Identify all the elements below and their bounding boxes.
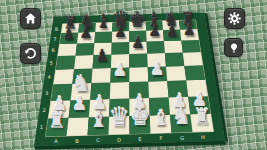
piece-g1-white-knight[interactable]: ♞ xyxy=(172,105,191,129)
piece-b2-white-pawn[interactable]: ♟ xyxy=(72,94,87,113)
rank-label-1: 1 xyxy=(40,124,43,130)
square-f3[interactable] xyxy=(148,81,168,98)
square-b1[interactable] xyxy=(67,117,89,136)
square-a6[interactable] xyxy=(58,44,77,57)
square-d3[interactable] xyxy=(110,82,130,99)
rank-label-2: 2 xyxy=(42,107,45,113)
file-label-e: E xyxy=(138,136,141,142)
rotate-ccw-icon xyxy=(24,47,37,60)
file-label-d: D xyxy=(117,137,121,143)
piece-d7-black-pawn[interactable]: ♟ xyxy=(114,24,127,40)
square-g4[interactable] xyxy=(166,66,186,81)
chess-app-screen: ABCDEFGH12345678 ♜♞♝♚♛♝♞♜♟♟♟♟♟♟♟♟♟♟♞♟♟♟♟… xyxy=(0,0,267,150)
file-label-a: A xyxy=(54,138,58,144)
rank-label-6: 6 xyxy=(52,47,55,53)
square-a5[interactable] xyxy=(56,56,76,70)
piece-c5-black-pawn[interactable]: ♟ xyxy=(95,48,108,65)
piece-c1-white-bishop[interactable]: ♝ xyxy=(90,108,108,130)
square-d6[interactable] xyxy=(111,42,129,55)
square-h6[interactable] xyxy=(181,40,200,53)
piece-h1-white-rook[interactable]: ♜ xyxy=(193,106,210,127)
gear-icon xyxy=(228,12,241,25)
piece-f7-black-pawn[interactable]: ♟ xyxy=(149,23,162,39)
piece-e6-black-pawn[interactable]: ♟ xyxy=(132,35,145,51)
home-icon xyxy=(24,12,37,25)
piece-g7-black-pawn[interactable]: ♟ xyxy=(166,23,179,39)
square-c7[interactable] xyxy=(94,32,112,44)
piece-a1-white-rook[interactable]: ♜ xyxy=(49,110,66,131)
undo-rotate-button[interactable] xyxy=(20,43,41,64)
piece-e8-black-king[interactable]: ♚ xyxy=(129,9,146,30)
square-e5[interactable] xyxy=(129,54,148,68)
square-g5[interactable] xyxy=(165,52,185,66)
piece-b7-black-pawn[interactable]: ♟ xyxy=(80,25,93,41)
square-g6[interactable] xyxy=(164,41,183,53)
file-label-f: F xyxy=(160,135,163,141)
piece-f4-white-pawn[interactable]: ♟ xyxy=(150,60,164,78)
square-f6[interactable] xyxy=(147,41,165,54)
home-button[interactable] xyxy=(20,8,41,29)
rank-label-7: 7 xyxy=(53,36,56,42)
square-c4[interactable] xyxy=(91,68,111,83)
file-label-g: G xyxy=(180,135,184,141)
piece-e1-white-king[interactable]: ♚ xyxy=(130,105,150,130)
square-b5[interactable] xyxy=(74,55,93,69)
square-b6[interactable] xyxy=(76,43,95,56)
file-label-c: C xyxy=(96,137,100,143)
rank-label-5: 5 xyxy=(50,60,53,66)
piece-d4-white-pawn[interactable]: ♟ xyxy=(113,61,127,79)
square-h5[interactable] xyxy=(183,52,203,66)
lightbulb-icon xyxy=(228,42,240,54)
piece-h7-black-pawn[interactable]: ♟ xyxy=(183,22,196,38)
square-e4[interactable] xyxy=(129,67,148,82)
piece-c8-black-bishop[interactable]: ♝ xyxy=(96,12,111,31)
piece-a7-black-pawn[interactable]: ♟ xyxy=(63,26,76,42)
rank-label-8: 8 xyxy=(55,26,58,32)
file-label-h: H xyxy=(201,134,205,140)
hint-button[interactable] xyxy=(224,38,243,57)
settings-button[interactable] xyxy=(224,8,245,29)
rank-label-3: 3 xyxy=(45,90,48,96)
file-label-b: B xyxy=(75,138,79,144)
piece-f1-white-bishop[interactable]: ♝ xyxy=(152,106,170,128)
square-h4[interactable] xyxy=(184,65,205,80)
piece-d1-white-queen[interactable]: ♛ xyxy=(109,105,130,131)
